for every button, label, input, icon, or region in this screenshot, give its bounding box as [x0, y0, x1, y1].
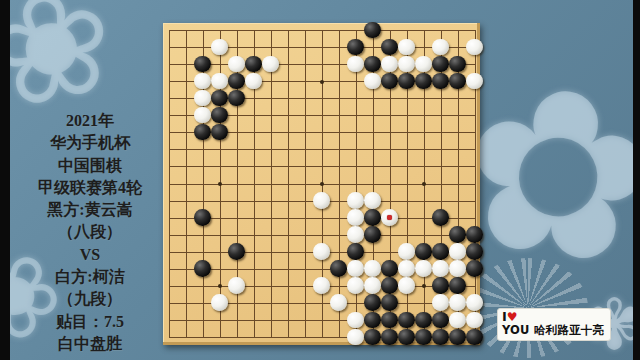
black-stone[interactable]: [415, 73, 431, 89]
white-stone[interactable]: [466, 73, 482, 89]
black-stone[interactable]: [364, 56, 380, 72]
black-stone[interactable]: [415, 329, 431, 345]
white-stone[interactable]: [364, 260, 380, 276]
black-stone[interactable]: [415, 243, 431, 259]
black-stone[interactable]: [381, 312, 397, 328]
logo-line1: I♥: [502, 310, 606, 324]
white-stone[interactable]: [347, 226, 363, 242]
white-stone[interactable]: [313, 243, 329, 259]
go-board[interactable]: [163, 23, 480, 345]
white-stone[interactable]: [211, 39, 227, 55]
white-stone[interactable]: [415, 56, 431, 72]
white-stone[interactable]: [364, 277, 380, 293]
white-stone[interactable]: [398, 277, 414, 293]
white-stone[interactable]: [245, 73, 261, 89]
white-stone[interactable]: [347, 260, 363, 276]
white-stone[interactable]: [466, 312, 482, 328]
black-stone[interactable]: [466, 329, 482, 345]
logo-line2: YOU 哈利路亚十亮: [502, 324, 606, 336]
title-line: （八段）: [12, 221, 168, 243]
black-stone[interactable]: [398, 73, 414, 89]
heart-icon: ♥: [507, 310, 518, 324]
white-stone[interactable]: [364, 73, 380, 89]
white-stone[interactable]: [398, 243, 414, 259]
black-stone[interactable]: [228, 90, 244, 106]
white-stone[interactable]: [211, 294, 227, 310]
white-stone[interactable]: [211, 73, 227, 89]
black-stone[interactable]: [449, 56, 465, 72]
black-stone[interactable]: [381, 73, 397, 89]
black-stone[interactable]: [432, 312, 448, 328]
white-stone[interactable]: [347, 329, 363, 345]
black-stone[interactable]: [364, 209, 380, 225]
black-stone[interactable]: [245, 56, 261, 72]
black-stone[interactable]: [466, 260, 482, 276]
black-stone[interactable]: [398, 312, 414, 328]
black-stone[interactable]: [432, 329, 448, 345]
black-stone[interactable]: [432, 56, 448, 72]
white-stone[interactable]: [466, 294, 482, 310]
match-info-text: 2021年华为手机杯中国围棋甲级联赛第4轮黑方:黄云嵩（八段）VS白方:柯洁（九…: [12, 110, 168, 355]
black-stone[interactable]: [449, 226, 465, 242]
white-stone[interactable]: [347, 56, 363, 72]
white-stone[interactable]: [194, 90, 210, 106]
channel-logo: I♥ YOU 哈利路亚十亮: [497, 308, 611, 341]
white-stone[interactable]: [347, 312, 363, 328]
black-stone[interactable]: [194, 209, 210, 225]
black-stone[interactable]: [466, 226, 482, 242]
black-stone[interactable]: [364, 226, 380, 242]
title-line: 黑方:黄云嵩: [12, 199, 168, 221]
white-stone[interactable]: [432, 294, 448, 310]
white-stone[interactable]: [398, 56, 414, 72]
white-stone[interactable]: [415, 260, 431, 276]
white-stone[interactable]: [262, 56, 278, 72]
title-line: 华为手机杯: [12, 132, 168, 154]
title-line: 贴目：7.5: [12, 311, 168, 333]
black-stone[interactable]: [432, 209, 448, 225]
black-stone[interactable]: [415, 312, 431, 328]
black-stone[interactable]: [211, 124, 227, 140]
black-stone[interactable]: [347, 243, 363, 259]
white-stone[interactable]: [194, 107, 210, 123]
white-stone[interactable]: [398, 260, 414, 276]
white-stone[interactable]: [194, 73, 210, 89]
black-stone[interactable]: [211, 107, 227, 123]
black-stone[interactable]: [381, 39, 397, 55]
black-stone[interactable]: [364, 294, 380, 310]
white-stone[interactable]: [313, 277, 329, 293]
white-stone[interactable]: [432, 260, 448, 276]
black-stone[interactable]: [398, 329, 414, 345]
title-line: 甲级联赛第4轮: [12, 177, 168, 199]
black-stone[interactable]: [449, 73, 465, 89]
title-line: 白中盘胜: [12, 333, 168, 355]
black-stone[interactable]: [364, 329, 380, 345]
black-stone[interactable]: [364, 22, 380, 38]
white-stone[interactable]: [381, 209, 397, 225]
black-stone[interactable]: [194, 124, 210, 140]
black-stone[interactable]: [211, 90, 227, 106]
black-stone[interactable]: [381, 329, 397, 345]
black-stone[interactable]: [432, 243, 448, 259]
title-line: 中国围棋: [12, 155, 168, 177]
white-stone[interactable]: [449, 260, 465, 276]
black-stone[interactable]: [228, 73, 244, 89]
board-stones-grid: [160, 21, 483, 345]
black-stone[interactable]: [364, 312, 380, 328]
title-line: VS: [12, 244, 168, 266]
title-line: 2021年: [12, 110, 168, 132]
white-stone[interactable]: [381, 56, 397, 72]
black-stone[interactable]: [432, 277, 448, 293]
title-line: （九段）: [12, 288, 168, 310]
right-black-bar: [633, 0, 640, 360]
white-stone[interactable]: [432, 39, 448, 55]
white-stone[interactable]: [228, 56, 244, 72]
black-stone[interactable]: [330, 260, 346, 276]
black-stone[interactable]: [432, 73, 448, 89]
black-stone[interactable]: [449, 277, 465, 293]
black-stone[interactable]: [381, 277, 397, 293]
black-stone[interactable]: [194, 56, 210, 72]
white-stone[interactable]: [228, 277, 244, 293]
black-stone[interactable]: [347, 39, 363, 55]
black-stone[interactable]: [381, 294, 397, 310]
black-stone[interactable]: [194, 260, 210, 276]
white-stone[interactable]: [347, 192, 363, 208]
white-stone[interactable]: [330, 294, 346, 310]
black-stone[interactable]: [466, 243, 482, 259]
last-move-marker: [387, 215, 393, 221]
black-stone[interactable]: [449, 329, 465, 345]
white-stone[interactable]: [347, 209, 363, 225]
white-stone[interactable]: [466, 39, 482, 55]
white-stone[interactable]: [398, 39, 414, 55]
white-stone[interactable]: [449, 312, 465, 328]
black-stone[interactable]: [381, 260, 397, 276]
title-line: 白方:柯洁: [12, 266, 168, 288]
white-stone[interactable]: [347, 277, 363, 293]
left-black-bar: [0, 0, 10, 360]
white-stone[interactable]: [449, 294, 465, 310]
black-stone[interactable]: [228, 243, 244, 259]
white-stone[interactable]: [364, 192, 380, 208]
white-stone[interactable]: [449, 243, 465, 259]
screenshot-root: { "game": "go", "board_size": 19, "title…: [0, 0, 640, 360]
white-stone[interactable]: [313, 192, 329, 208]
